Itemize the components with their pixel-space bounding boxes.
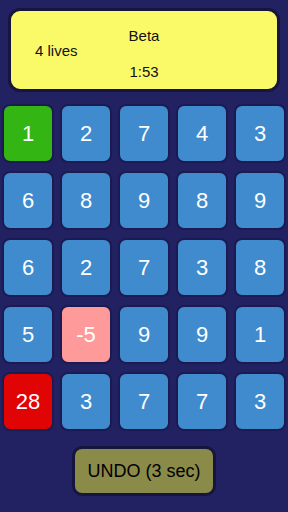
tile-r2c2[interactable]: 8 bbox=[60, 171, 112, 230]
tile-r1c4[interactable]: 4 bbox=[176, 104, 228, 163]
tile-r3c3[interactable]: 7 bbox=[118, 238, 170, 297]
tile-r1c5[interactable]: 3 bbox=[234, 104, 286, 163]
tile-r4c4[interactable]: 9 bbox=[176, 305, 228, 364]
tile-r5c3[interactable]: 7 bbox=[118, 372, 170, 431]
tile-r3c5[interactable]: 8 bbox=[234, 238, 286, 297]
tile-r3c4[interactable]: 3 bbox=[176, 238, 228, 297]
tile-r2c1[interactable]: 6 bbox=[2, 171, 54, 230]
tile-r4c5[interactable]: 1 bbox=[234, 305, 286, 364]
tile-r5c5[interactable]: 3 bbox=[234, 372, 286, 431]
board-grid: 1274368989627385-5991283773 bbox=[2, 104, 286, 431]
tile-r1c3[interactable]: 7 bbox=[118, 104, 170, 163]
tile-r3c2[interactable]: 2 bbox=[60, 238, 112, 297]
tile-r1c1[interactable]: 1 bbox=[2, 104, 54, 163]
tile-r2c4[interactable]: 8 bbox=[176, 171, 228, 230]
tile-r5c1[interactable]: 28 bbox=[2, 372, 54, 431]
tile-r4c3[interactable]: 9 bbox=[118, 305, 170, 364]
tile-r3c1[interactable]: 6 bbox=[2, 238, 54, 297]
timer-label: 1:53 bbox=[11, 63, 277, 80]
tile-r2c5[interactable]: 9 bbox=[234, 171, 286, 230]
undo-button[interactable]: UNDO (3 sec) bbox=[72, 446, 216, 496]
tile-r5c4[interactable]: 7 bbox=[176, 372, 228, 431]
status-panel: Beta 4 lives 1:53 bbox=[8, 8, 280, 92]
tile-r1c2[interactable]: 2 bbox=[60, 104, 112, 163]
tile-r4c1[interactable]: 5 bbox=[2, 305, 54, 364]
game-screen: Beta 4 lives 1:53 1274368989627385-59912… bbox=[0, 0, 288, 512]
lives-label: 4 lives bbox=[35, 42, 78, 59]
tile-r5c2[interactable]: 3 bbox=[60, 372, 112, 431]
tile-r2c3[interactable]: 9 bbox=[118, 171, 170, 230]
tile-r4c2[interactable]: -5 bbox=[60, 305, 112, 364]
